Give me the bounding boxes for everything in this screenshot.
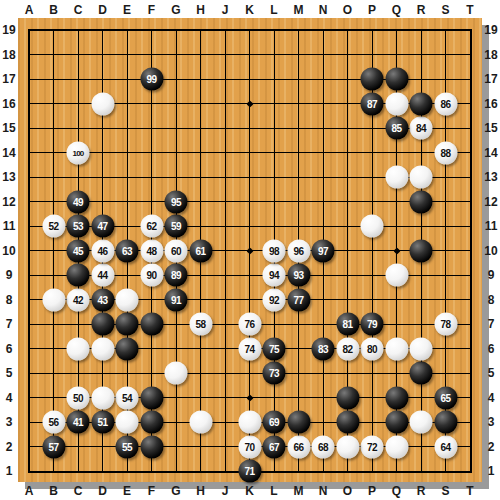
move-number: 66 bbox=[293, 441, 303, 452]
coord-col-F: F bbox=[148, 484, 155, 498]
coord-row-5: 5 bbox=[488, 366, 495, 380]
stone-black bbox=[140, 435, 163, 458]
stone-black-51: 51 bbox=[91, 411, 114, 434]
move-number: 72 bbox=[367, 441, 377, 452]
stone-white-64: 64 bbox=[434, 435, 457, 458]
coord-col-R: R bbox=[417, 484, 426, 498]
coord-row-1: 1 bbox=[488, 464, 495, 478]
stone-white bbox=[189, 411, 212, 434]
move-number: 69 bbox=[269, 417, 279, 428]
coord-row-19: 19 bbox=[484, 23, 497, 37]
move-number: 61 bbox=[195, 245, 205, 256]
move-number: 87 bbox=[367, 98, 377, 109]
coord-row-15: 15 bbox=[2, 121, 15, 135]
stone-black-61: 61 bbox=[189, 239, 212, 262]
stone-white-52: 52 bbox=[42, 215, 65, 238]
stone-white-94: 94 bbox=[263, 264, 286, 287]
move-number: 76 bbox=[244, 319, 254, 330]
coord-col-Q: Q bbox=[392, 484, 401, 498]
move-number: 57 bbox=[48, 441, 58, 452]
coord-row-14: 14 bbox=[484, 146, 497, 160]
stone-white-76: 76 bbox=[238, 313, 261, 336]
coord-row-18: 18 bbox=[2, 48, 15, 62]
coord-col-H: H bbox=[196, 3, 205, 17]
move-number: 71 bbox=[244, 466, 254, 477]
stone-white bbox=[361, 215, 384, 238]
coord-col-K: K bbox=[245, 3, 254, 17]
move-number: 64 bbox=[440, 441, 450, 452]
move-number: 68 bbox=[318, 441, 328, 452]
stone-white-44: 44 bbox=[91, 264, 114, 287]
coord-col-R: R bbox=[417, 3, 426, 17]
stone-white bbox=[238, 411, 261, 434]
move-number: 83 bbox=[318, 343, 328, 354]
stone-black-71: 71 bbox=[238, 460, 261, 483]
coord-row-8: 8 bbox=[488, 293, 495, 307]
move-number: 86 bbox=[440, 98, 450, 109]
coord-row-15: 15 bbox=[484, 121, 497, 135]
stone-white-98: 98 bbox=[263, 239, 286, 262]
move-number: 85 bbox=[391, 123, 401, 134]
coord-col-L: L bbox=[270, 484, 277, 498]
move-number: 52 bbox=[48, 221, 58, 232]
coord-col-B: B bbox=[49, 484, 58, 498]
move-number: 96 bbox=[293, 245, 303, 256]
stone-white bbox=[165, 362, 188, 385]
stone-white-56: 56 bbox=[42, 411, 65, 434]
move-number: 54 bbox=[122, 392, 132, 403]
coord-row-17: 17 bbox=[2, 72, 15, 86]
coord-row-12: 12 bbox=[2, 195, 15, 209]
stone-black-45: 45 bbox=[67, 239, 90, 262]
move-number: 82 bbox=[342, 343, 352, 354]
stone-white-46: 46 bbox=[91, 239, 114, 262]
stone-black-91: 91 bbox=[165, 288, 188, 311]
stone-black-49: 49 bbox=[67, 190, 90, 213]
coord-col-B: B bbox=[49, 3, 58, 17]
stone-black bbox=[361, 68, 384, 91]
stone-black-47: 47 bbox=[91, 215, 114, 238]
coord-col-G: G bbox=[171, 484, 180, 498]
coord-col-P: P bbox=[368, 484, 376, 498]
stone-black bbox=[410, 190, 433, 213]
stone-white-92: 92 bbox=[263, 288, 286, 311]
coord-row-6: 6 bbox=[6, 342, 13, 356]
stone-white bbox=[410, 411, 433, 434]
stone-black-73: 73 bbox=[263, 362, 286, 385]
move-number: 97 bbox=[318, 245, 328, 256]
move-number: 63 bbox=[122, 245, 132, 256]
stone-white-42: 42 bbox=[67, 288, 90, 311]
stone-black-57: 57 bbox=[42, 435, 65, 458]
stone-black bbox=[116, 313, 139, 336]
coord-col-P: P bbox=[368, 3, 376, 17]
stone-white bbox=[385, 92, 408, 115]
coord-row-9: 9 bbox=[6, 268, 13, 282]
stone-white bbox=[91, 337, 114, 360]
stone-white-90: 90 bbox=[140, 264, 163, 287]
stone-black-59: 59 bbox=[165, 215, 188, 238]
coord-col-O: O bbox=[343, 3, 352, 17]
move-number: 75 bbox=[269, 343, 279, 354]
go-kifu-page: { "game": "go", "board": { "size": 19, "… bbox=[0, 0, 500, 500]
stone-white-88: 88 bbox=[434, 141, 457, 164]
coord-col-A: A bbox=[25, 3, 34, 17]
coord-col-S: S bbox=[441, 484, 449, 498]
move-number: 60 bbox=[171, 245, 181, 256]
coord-col-T: T bbox=[466, 484, 473, 498]
move-number: 89 bbox=[171, 270, 181, 281]
stone-white bbox=[385, 435, 408, 458]
stone-black bbox=[91, 313, 114, 336]
stone-white bbox=[410, 337, 433, 360]
move-number: 43 bbox=[97, 294, 107, 305]
stone-black bbox=[67, 264, 90, 287]
stone-black-83: 83 bbox=[312, 337, 335, 360]
stone-white bbox=[410, 166, 433, 189]
stone-white-100: 100 bbox=[67, 141, 90, 164]
move-number: 100 bbox=[73, 148, 84, 157]
move-number: 41 bbox=[73, 417, 83, 428]
coord-row-19: 19 bbox=[2, 23, 15, 37]
coord-row-10: 10 bbox=[484, 244, 497, 258]
stone-white bbox=[116, 411, 139, 434]
coord-row-17: 17 bbox=[484, 72, 497, 86]
stone-white-54: 54 bbox=[116, 386, 139, 409]
move-number: 99 bbox=[146, 74, 156, 85]
stone-black-75: 75 bbox=[263, 337, 286, 360]
stone-black-81: 81 bbox=[336, 313, 359, 336]
coord-col-J: J bbox=[222, 484, 229, 498]
coord-col-Q: Q bbox=[392, 3, 401, 17]
coord-col-A: A bbox=[25, 484, 34, 498]
stone-white-72: 72 bbox=[361, 435, 384, 458]
stone-white-68: 68 bbox=[312, 435, 335, 458]
move-number: 58 bbox=[195, 319, 205, 330]
stone-black bbox=[410, 92, 433, 115]
move-number: 55 bbox=[122, 441, 132, 452]
coord-row-7: 7 bbox=[488, 317, 495, 331]
stone-black bbox=[287, 411, 310, 434]
move-number: 62 bbox=[146, 221, 156, 232]
stone-black-95: 95 bbox=[165, 190, 188, 213]
move-number: 79 bbox=[367, 319, 377, 330]
coord-col-M: M bbox=[294, 3, 304, 17]
move-number: 45 bbox=[73, 245, 83, 256]
move-number: 46 bbox=[97, 245, 107, 256]
move-number: 93 bbox=[293, 270, 303, 281]
stone-black bbox=[140, 313, 163, 336]
coord-row-9: 9 bbox=[488, 268, 495, 282]
stone-black bbox=[385, 68, 408, 91]
coord-col-F: F bbox=[148, 3, 155, 17]
stone-black-99: 99 bbox=[140, 68, 163, 91]
move-number: 90 bbox=[146, 270, 156, 281]
coord-col-S: S bbox=[441, 3, 449, 17]
coord-col-K: K bbox=[245, 484, 254, 498]
move-number: 88 bbox=[440, 147, 450, 158]
move-number: 47 bbox=[97, 221, 107, 232]
stone-black bbox=[336, 411, 359, 434]
move-number: 73 bbox=[269, 368, 279, 379]
move-number: 50 bbox=[73, 392, 83, 403]
stone-black bbox=[140, 386, 163, 409]
coord-row-8: 8 bbox=[6, 293, 13, 307]
coord-col-D: D bbox=[98, 484, 107, 498]
coord-row-14: 14 bbox=[2, 146, 15, 160]
coord-col-H: H bbox=[196, 484, 205, 498]
coord-row-3: 3 bbox=[488, 415, 495, 429]
stone-white-80: 80 bbox=[361, 337, 384, 360]
coord-row-1: 1 bbox=[6, 464, 13, 478]
move-number: 92 bbox=[269, 294, 279, 305]
coord-row-18: 18 bbox=[484, 48, 497, 62]
stone-white-66: 66 bbox=[287, 435, 310, 458]
coord-col-M: M bbox=[294, 484, 304, 498]
move-number: 67 bbox=[269, 441, 279, 452]
stone-white bbox=[91, 386, 114, 409]
coord-row-4: 4 bbox=[6, 391, 13, 405]
stone-white-82: 82 bbox=[336, 337, 359, 360]
coord-row-3: 3 bbox=[6, 415, 13, 429]
move-number: 78 bbox=[440, 319, 450, 330]
move-number: 59 bbox=[171, 221, 181, 232]
coord-col-D: D bbox=[98, 3, 107, 17]
stone-white-50: 50 bbox=[67, 386, 90, 409]
stone-white bbox=[67, 337, 90, 360]
move-number: 81 bbox=[342, 319, 352, 330]
stone-black-77: 77 bbox=[287, 288, 310, 311]
coord-row-5: 5 bbox=[6, 366, 13, 380]
stone-white bbox=[336, 435, 359, 458]
stone-white-62: 62 bbox=[140, 215, 163, 238]
stone-white-78: 78 bbox=[434, 313, 457, 336]
move-number: 44 bbox=[97, 270, 107, 281]
stone-white-60: 60 bbox=[165, 239, 188, 262]
coord-row-2: 2 bbox=[6, 440, 13, 454]
stone-white bbox=[385, 264, 408, 287]
move-number: 51 bbox=[97, 417, 107, 428]
coord-col-L: L bbox=[270, 3, 277, 17]
move-number: 94 bbox=[269, 270, 279, 281]
coord-col-G: G bbox=[171, 3, 180, 17]
stone-white-84: 84 bbox=[410, 117, 433, 140]
coord-col-O: O bbox=[343, 484, 352, 498]
move-number: 77 bbox=[293, 294, 303, 305]
move-number: 74 bbox=[244, 343, 254, 354]
move-number: 84 bbox=[416, 123, 426, 134]
stone-black-67: 67 bbox=[263, 435, 286, 458]
stone-black bbox=[410, 239, 433, 262]
stone-black-53: 53 bbox=[67, 215, 90, 238]
stone-black bbox=[385, 411, 408, 434]
stone-white-86: 86 bbox=[434, 92, 457, 115]
coord-col-N: N bbox=[319, 484, 328, 498]
coord-row-7: 7 bbox=[6, 317, 13, 331]
stone-black-63: 63 bbox=[116, 239, 139, 262]
stone-black-97: 97 bbox=[312, 239, 335, 262]
coord-row-16: 16 bbox=[2, 97, 15, 111]
stone-black bbox=[434, 411, 457, 434]
move-number: 48 bbox=[146, 245, 156, 256]
stone-black bbox=[116, 337, 139, 360]
stone-black-85: 85 bbox=[385, 117, 408, 140]
coord-row-16: 16 bbox=[484, 97, 497, 111]
move-number: 70 bbox=[244, 441, 254, 452]
coord-col-J: J bbox=[222, 3, 229, 17]
stone-white bbox=[385, 166, 408, 189]
stone-black-55: 55 bbox=[116, 435, 139, 458]
stone-black-93: 93 bbox=[287, 264, 310, 287]
stone-white-58: 58 bbox=[189, 313, 212, 336]
coord-col-E: E bbox=[123, 3, 131, 17]
move-number: 95 bbox=[171, 196, 181, 207]
coord-row-4: 4 bbox=[488, 391, 495, 405]
stone-black-69: 69 bbox=[263, 411, 286, 434]
coord-col-C: C bbox=[74, 3, 83, 17]
coord-col-C: C bbox=[74, 484, 83, 498]
coord-row-13: 13 bbox=[484, 170, 497, 184]
stone-black bbox=[410, 362, 433, 385]
stone-black-79: 79 bbox=[361, 313, 384, 336]
stone-black bbox=[336, 386, 359, 409]
coord-row-2: 2 bbox=[488, 440, 495, 454]
stone-black-89: 89 bbox=[165, 264, 188, 287]
coord-row-11: 11 bbox=[3, 219, 16, 233]
stone-white bbox=[116, 288, 139, 311]
stone-white-48: 48 bbox=[140, 239, 163, 262]
coord-col-N: N bbox=[319, 3, 328, 17]
stone-white bbox=[385, 337, 408, 360]
coord-col-T: T bbox=[466, 3, 473, 17]
stone-black-87: 87 bbox=[361, 92, 384, 115]
coord-row-12: 12 bbox=[484, 195, 497, 209]
move-number: 80 bbox=[367, 343, 377, 354]
move-number: 53 bbox=[73, 221, 83, 232]
stone-black-65: 65 bbox=[434, 386, 457, 409]
move-number: 98 bbox=[269, 245, 279, 256]
stone-white-96: 96 bbox=[287, 239, 310, 262]
move-number: 91 bbox=[171, 294, 181, 305]
stone-white-70: 70 bbox=[238, 435, 261, 458]
stone-white bbox=[91, 92, 114, 115]
coord-row-11: 11 bbox=[485, 219, 498, 233]
move-number: 56 bbox=[48, 417, 58, 428]
coord-col-E: E bbox=[123, 484, 131, 498]
move-number: 42 bbox=[73, 294, 83, 305]
move-number: 65 bbox=[440, 392, 450, 403]
coord-row-6: 6 bbox=[488, 342, 495, 356]
move-number: 49 bbox=[73, 196, 83, 207]
coord-row-13: 13 bbox=[2, 170, 15, 184]
stone-black-43: 43 bbox=[91, 288, 114, 311]
stone-black bbox=[385, 386, 408, 409]
stone-black bbox=[140, 411, 163, 434]
stone-white bbox=[42, 288, 65, 311]
stone-black-41: 41 bbox=[67, 411, 90, 434]
stone-white-74: 74 bbox=[238, 337, 261, 360]
coord-row-10: 10 bbox=[2, 244, 15, 258]
